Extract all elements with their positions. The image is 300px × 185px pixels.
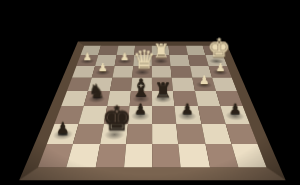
piece-white-pawn-g3[interactable]: ♟ [93, 62, 113, 73]
piece-white-pawn-h2[interactable]: ♟ [78, 52, 96, 62]
piece-black-bishop-e5[interactable]: ♝ [129, 77, 151, 101]
piece-white-queen-e3[interactable]: ♛ [132, 48, 152, 74]
board-pieces: ♚♜♛♟♟♟♟♟♚♜♝♞♟♟♟♟ [37, 46, 266, 168]
piece-black-knight-g5[interactable]: ♞ [85, 82, 107, 101]
piece-cell-f7: ♚ [99, 124, 127, 144]
piece-white-pawn-f2[interactable]: ♟ [115, 52, 133, 62]
piece-cell-f2: ♟ [114, 55, 134, 66]
piece-white-pawn-b4[interactable]: ♟ [193, 74, 214, 86]
piece-black-king-f7[interactable]: ♚ [101, 103, 127, 137]
piece-cell-g3: ♟ [92, 66, 114, 78]
piece-cell-c6: ♟ [174, 107, 200, 124]
chess-board: ♚♜♛♟♟♟♟♟♚♜♝♞♟♟♟♟ [18, 42, 284, 181]
piece-cell-b4: ♟ [191, 78, 215, 91]
piece-cell-a6: ♟ [220, 107, 249, 124]
piece-cell-h7: ♟ [46, 124, 78, 144]
piece-black-pawn-h7[interactable]: ♟ [49, 121, 75, 137]
chess-3d-scene: ♚♜♛♟♟♟♟♟♚♜♝♞♟♟♟♟ [0, 0, 300, 185]
piece-black-pawn-a6[interactable]: ♟ [223, 103, 247, 118]
piece-white-king-a2[interactable]: ♚ [207, 36, 225, 62]
piece-black-pawn-c6[interactable]: ♟ [175, 103, 199, 118]
piece-black-rook-d5[interactable]: ♜ [152, 80, 174, 101]
piece-white-pawn-a3[interactable]: ♟ [210, 62, 230, 73]
piece-cell-d5: ♜ [152, 91, 175, 106]
